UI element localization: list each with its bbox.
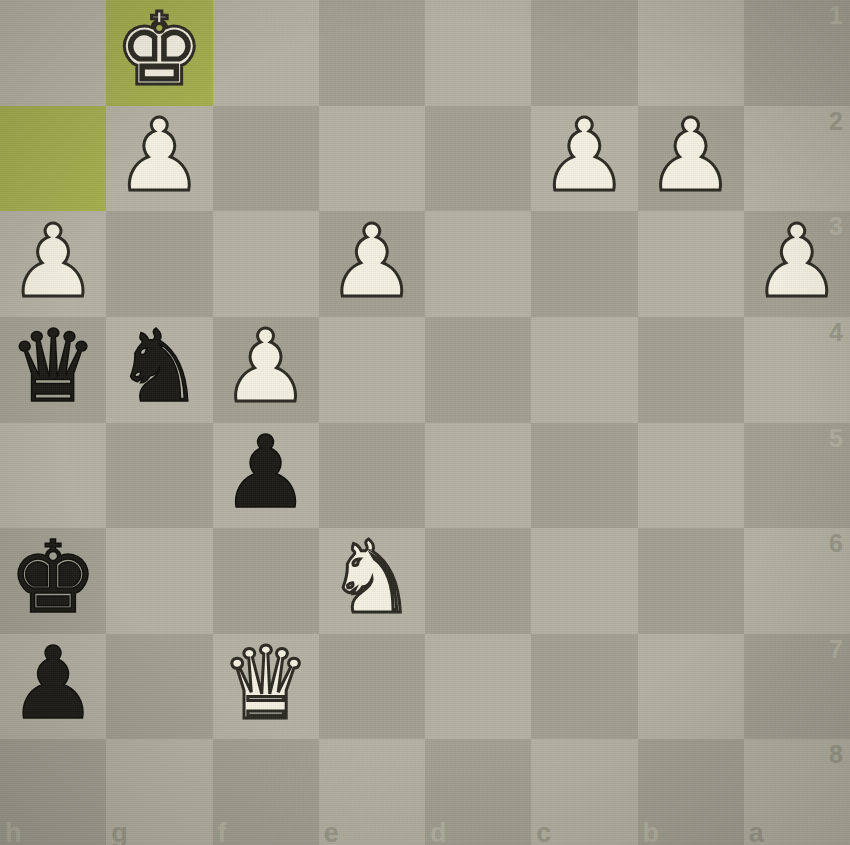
- square-g3[interactable]: [106, 211, 212, 317]
- file-label-g: g: [111, 820, 128, 845]
- square-g4[interactable]: ♞: [106, 317, 212, 423]
- file-label-h: h: [5, 820, 22, 845]
- square-g1[interactable]: ♚: [106, 0, 212, 106]
- square-f1[interactable]: [213, 0, 319, 106]
- square-d8[interactable]: d: [425, 739, 531, 845]
- square-f3[interactable]: [213, 211, 319, 317]
- square-b5[interactable]: [638, 423, 744, 529]
- square-e4[interactable]: [319, 317, 425, 423]
- square-c2[interactable]: ♟: [531, 106, 637, 212]
- piece-white-pawn-a3[interactable]: ♟: [752, 209, 842, 314]
- chess-board: ♚1♟♟♟2♟♟♟3♛♞♟4♟5♚♞6♟♛7hgfedcb8a: [0, 0, 850, 845]
- square-b4[interactable]: [638, 317, 744, 423]
- square-h4[interactable]: ♛: [0, 317, 106, 423]
- piece-white-pawn-b2[interactable]: ♟: [646, 103, 736, 208]
- file-label-e: e: [324, 820, 339, 845]
- square-h6[interactable]: ♚: [0, 528, 106, 634]
- square-h7[interactable]: ♟: [0, 634, 106, 740]
- square-c7[interactable]: [531, 634, 637, 740]
- square-b1[interactable]: [638, 0, 744, 106]
- rank-label-1: 1: [829, 3, 843, 28]
- square-c1[interactable]: [531, 0, 637, 106]
- square-c5[interactable]: [531, 423, 637, 529]
- square-g8[interactable]: g: [106, 739, 212, 845]
- rank-label-4: 4: [829, 320, 843, 345]
- square-a6[interactable]: 6: [744, 528, 850, 634]
- square-d5[interactable]: [425, 423, 531, 529]
- square-d7[interactable]: [425, 634, 531, 740]
- square-h2[interactable]: [0, 106, 106, 212]
- piece-white-queen-f7[interactable]: ♛: [221, 631, 311, 736]
- square-f6[interactable]: [213, 528, 319, 634]
- file-label-f: f: [218, 820, 227, 845]
- square-a8[interactable]: 8a: [744, 739, 850, 845]
- square-g7[interactable]: [106, 634, 212, 740]
- piece-white-pawn-g2[interactable]: ♟: [115, 103, 205, 208]
- square-f4[interactable]: ♟: [213, 317, 319, 423]
- square-e8[interactable]: e: [319, 739, 425, 845]
- square-h1[interactable]: [0, 0, 106, 106]
- piece-black-pawn-f5[interactable]: ♟: [221, 420, 311, 525]
- square-e7[interactable]: [319, 634, 425, 740]
- piece-white-pawn-e3[interactable]: ♟: [327, 209, 417, 314]
- piece-black-king-h6[interactable]: ♚: [8, 525, 98, 630]
- square-a2[interactable]: 2: [744, 106, 850, 212]
- square-c6[interactable]: [531, 528, 637, 634]
- square-c3[interactable]: [531, 211, 637, 317]
- piece-white-pawn-f4[interactable]: ♟: [221, 314, 311, 419]
- square-e6[interactable]: ♞: [319, 528, 425, 634]
- rank-label-6: 6: [829, 531, 843, 556]
- piece-white-king-g1[interactable]: ♚: [115, 0, 205, 102]
- square-d1[interactable]: [425, 0, 531, 106]
- piece-black-knight-g4[interactable]: ♞: [115, 314, 205, 419]
- square-h3[interactable]: ♟: [0, 211, 106, 317]
- square-d6[interactable]: [425, 528, 531, 634]
- square-f7[interactable]: ♛: [213, 634, 319, 740]
- square-f2[interactable]: [213, 106, 319, 212]
- square-f8[interactable]: f: [213, 739, 319, 845]
- piece-white-knight-e6[interactable]: ♞: [327, 525, 417, 630]
- piece-white-pawn-h3[interactable]: ♟: [8, 209, 98, 314]
- rank-label-2: 2: [829, 109, 843, 134]
- square-a4[interactable]: 4: [744, 317, 850, 423]
- square-b6[interactable]: [638, 528, 744, 634]
- piece-black-pawn-h7[interactable]: ♟: [8, 631, 98, 736]
- square-b2[interactable]: ♟: [638, 106, 744, 212]
- square-g2[interactable]: ♟: [106, 106, 212, 212]
- square-h5[interactable]: [0, 423, 106, 529]
- square-f5[interactable]: ♟: [213, 423, 319, 529]
- square-a1[interactable]: 1: [744, 0, 850, 106]
- piece-black-queen-h4[interactable]: ♛: [8, 314, 98, 419]
- square-b8[interactable]: b: [638, 739, 744, 845]
- square-b7[interactable]: [638, 634, 744, 740]
- square-e5[interactable]: [319, 423, 425, 529]
- rank-label-5: 5: [829, 426, 843, 451]
- square-h8[interactable]: h: [0, 739, 106, 845]
- square-a7[interactable]: 7: [744, 634, 850, 740]
- square-a5[interactable]: 5: [744, 423, 850, 529]
- square-d3[interactable]: [425, 211, 531, 317]
- rank-label-7: 7: [829, 637, 843, 662]
- square-d4[interactable]: [425, 317, 531, 423]
- square-e1[interactable]: [319, 0, 425, 106]
- file-label-b: b: [643, 820, 660, 845]
- square-c8[interactable]: c: [531, 739, 637, 845]
- square-a3[interactable]: ♟3: [744, 211, 850, 317]
- file-label-d: d: [430, 820, 447, 845]
- square-b3[interactable]: [638, 211, 744, 317]
- square-e2[interactable]: [319, 106, 425, 212]
- square-g6[interactable]: [106, 528, 212, 634]
- square-d2[interactable]: [425, 106, 531, 212]
- file-label-c: c: [536, 820, 551, 845]
- rank-label-8: 8: [829, 742, 843, 767]
- square-g5[interactable]: [106, 423, 212, 529]
- piece-white-pawn-c2[interactable]: ♟: [540, 103, 630, 208]
- square-e3[interactable]: ♟: [319, 211, 425, 317]
- square-c4[interactable]: [531, 317, 637, 423]
- file-label-a: a: [749, 820, 764, 845]
